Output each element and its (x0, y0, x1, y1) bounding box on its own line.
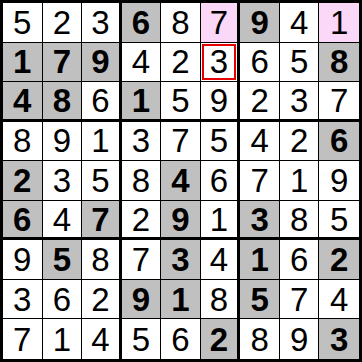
cell-r8c6[interactable]: 8 (201, 280, 241, 320)
cell-r9c1[interactable]: 7 (3, 319, 43, 359)
cell-r6c4[interactable]: 2 (122, 201, 162, 241)
cell-r1c6[interactable]: 7 (201, 3, 241, 43)
cell-r6c6[interactable]: 1 (201, 201, 241, 241)
cell-r4c8[interactable]: 2 (280, 122, 320, 162)
cell-r9c2[interactable]: 1 (43, 319, 83, 359)
selection-ring (202, 44, 237, 81)
cell-r2c3[interactable]: 9 (82, 43, 122, 83)
cell-r5c9[interactable]: 9 (319, 161, 359, 201)
cell-r4c9[interactable]: 6 (319, 122, 359, 162)
cell-r1c8[interactable]: 4 (280, 3, 320, 43)
cell-r5c8[interactable]: 1 (280, 161, 320, 201)
cell-r5c7[interactable]: 7 (240, 161, 280, 201)
cell-r4c3[interactable]: 1 (82, 122, 122, 162)
cell-r7c7[interactable]: 1 (240, 240, 280, 280)
cell-r8c4[interactable]: 9 (122, 280, 162, 320)
cell-r5c3[interactable]: 5 (82, 161, 122, 201)
cell-r5c2[interactable]: 3 (43, 161, 83, 201)
cell-r3c4[interactable]: 1 (122, 82, 162, 122)
cell-r9c6[interactable]: 2 (201, 319, 241, 359)
cell-r8c9[interactable]: 4 (319, 280, 359, 320)
cell-r3c7[interactable]: 2 (240, 82, 280, 122)
cell-r8c5[interactable]: 1 (161, 280, 201, 320)
cell-r8c8[interactable]: 7 (280, 280, 320, 320)
cell-r6c7[interactable]: 3 (240, 201, 280, 241)
cell-r6c8[interactable]: 8 (280, 201, 320, 241)
cell-r2c1[interactable]: 1 (3, 43, 43, 83)
cell-r9c4[interactable]: 5 (122, 319, 162, 359)
cell-r3c9[interactable]: 7 (319, 82, 359, 122)
cell-r9c3[interactable]: 4 (82, 319, 122, 359)
cell-r6c3[interactable]: 7 (82, 201, 122, 241)
cell-r7c2[interactable]: 5 (43, 240, 83, 280)
cell-r3c6[interactable]: 9 (201, 82, 241, 122)
cell-r8c2[interactable]: 6 (43, 280, 83, 320)
cell-r6c5[interactable]: 9 (161, 201, 201, 241)
cell-r3c1[interactable]: 4 (3, 82, 43, 122)
cell-r1c7[interactable]: 9 (240, 3, 280, 43)
cell-r2c9[interactable]: 8 (319, 43, 359, 83)
cell-r7c9[interactable]: 2 (319, 240, 359, 280)
cell-r7c8[interactable]: 6 (280, 240, 320, 280)
cell-r1c5[interactable]: 8 (161, 3, 201, 43)
cell-r1c3[interactable]: 3 (82, 3, 122, 43)
cell-r1c4[interactable]: 6 (122, 3, 162, 43)
cell-r1c9[interactable]: 1 (319, 3, 359, 43)
cell-r1c2[interactable]: 2 (43, 3, 83, 43)
sudoku-board: 5236879411794236584861592378913754262358… (0, 0, 362, 362)
cell-r6c1[interactable]: 6 (3, 201, 43, 241)
cell-r7c3[interactable]: 8 (82, 240, 122, 280)
cell-r5c6[interactable]: 6 (201, 161, 241, 201)
cell-r6c2[interactable]: 4 (43, 201, 83, 241)
cell-r2c5[interactable]: 2 (161, 43, 201, 83)
cell-r9c9[interactable]: 3 (319, 319, 359, 359)
cell-r4c1[interactable]: 8 (3, 122, 43, 162)
cell-r8c7[interactable]: 5 (240, 280, 280, 320)
cell-r2c7[interactable]: 6 (240, 43, 280, 83)
cell-r4c4[interactable]: 3 (122, 122, 162, 162)
cell-r3c8[interactable]: 3 (280, 82, 320, 122)
cell-r3c5[interactable]: 5 (161, 82, 201, 122)
cell-r7c5[interactable]: 3 (161, 240, 201, 280)
cell-r4c7[interactable]: 4 (240, 122, 280, 162)
cell-r8c3[interactable]: 2 (82, 280, 122, 320)
cell-r7c6[interactable]: 4 (201, 240, 241, 280)
cell-r2c2[interactable]: 7 (43, 43, 83, 83)
cell-r9c5[interactable]: 6 (161, 319, 201, 359)
cell-r9c8[interactable]: 9 (280, 319, 320, 359)
cell-r5c4[interactable]: 8 (122, 161, 162, 201)
cell-r5c5[interactable]: 4 (161, 161, 201, 201)
cell-r5c1[interactable]: 2 (3, 161, 43, 201)
cell-r8c1[interactable]: 3 (3, 280, 43, 320)
cell-r7c4[interactable]: 7 (122, 240, 162, 280)
cell-r9c7[interactable]: 8 (240, 319, 280, 359)
cell-r4c6[interactable]: 5 (201, 122, 241, 162)
cell-r4c5[interactable]: 7 (161, 122, 201, 162)
cell-r2c6[interactable]: 3 (201, 43, 241, 83)
cell-r3c3[interactable]: 6 (82, 82, 122, 122)
cell-r2c8[interactable]: 5 (280, 43, 320, 83)
cell-r3c2[interactable]: 8 (43, 82, 83, 122)
cell-r2c4[interactable]: 4 (122, 43, 162, 83)
cell-r4c2[interactable]: 9 (43, 122, 83, 162)
cell-r7c1[interactable]: 9 (3, 240, 43, 280)
cell-r1c1[interactable]: 5 (3, 3, 43, 43)
cell-r6c9[interactable]: 5 (319, 201, 359, 241)
